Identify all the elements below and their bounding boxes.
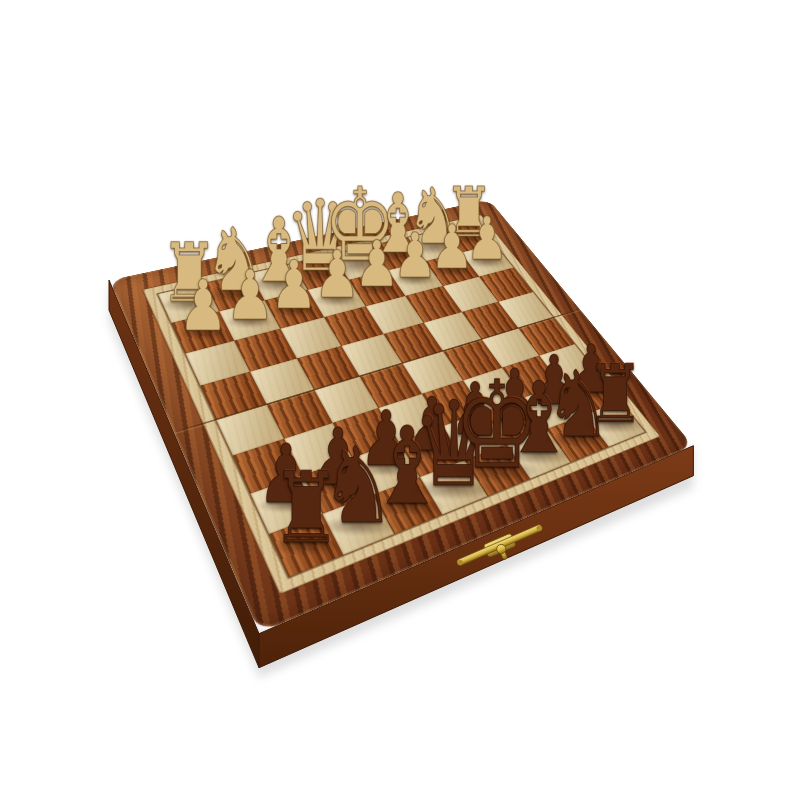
product-photo: ♜♞♝♛♚♝♞♜♟♟♟♟♟♟♟♟♟♟♟♟♟♟♟♟♜♞♝♛♚♝♞♜ [0, 0, 800, 800]
chess-board [158, 222, 645, 577]
